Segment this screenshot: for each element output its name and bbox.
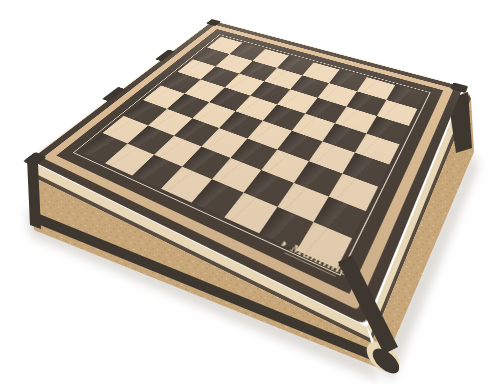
corner-strap-overlay — [0, 0, 500, 384]
product-photo: ◗ Maninho — [0, 0, 500, 384]
strap-band-near-corner — [338, 255, 398, 354]
